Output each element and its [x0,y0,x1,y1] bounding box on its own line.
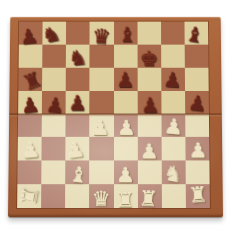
pawn-glyph: ♟ [18,27,39,48]
square-b3[interactable] [42,137,66,160]
square-c6[interactable] [66,68,90,91]
light-rook[interactable]: ♜ [17,184,41,208]
square-g8[interactable] [161,22,185,45]
dark-bishop[interactable]: ♝ [114,22,138,45]
pawn-glyph: ♟ [189,142,208,161]
square-h2[interactable] [185,161,209,185]
product-photo: ♟♞♛♝♝♞♚♜♟♟♟♟♟♟♟♟♟♟♟♟♟♟♝♟♞♜♛♜♜♜ [0,0,232,232]
square-c4[interactable] [66,114,90,137]
square-g3[interactable] [161,137,185,160]
dark-pawn[interactable]: ♟ [18,91,42,114]
square-g7[interactable] [161,45,185,68]
dark-pawn[interactable]: ♟ [66,91,90,114]
knight-glyph: ♞ [163,164,185,186]
pawn-glyph: ♟ [187,94,207,115]
bishop-glyph: ♝ [68,165,89,186]
pawn-glyph: ♟ [45,96,65,116]
square-h6[interactable] [185,68,209,91]
square-d6[interactable] [90,68,114,91]
pawn-glyph: ♟ [140,143,159,162]
square-h4[interactable] [185,114,209,137]
dark-bishop[interactable]: ♝ [184,22,208,45]
rook-glyph: ♜ [139,189,159,209]
dark-king[interactable]: ♚ [137,45,161,68]
square-d5[interactable] [90,91,114,114]
pawn-glyph: ♟ [68,95,87,114]
pawn-glyph: ♟ [20,96,40,117]
rook-glyph: ♜ [187,185,208,206]
square-h7[interactable] [185,45,209,68]
knight-glyph: ♞ [68,49,88,69]
light-rook[interactable]: ♜ [186,184,210,208]
light-pawn[interactable]: ♟ [66,137,90,160]
light-pawn[interactable]: ♟ [114,114,138,137]
square-b2[interactable] [41,161,65,185]
light-bishop[interactable]: ♝ [65,161,89,185]
pawn-glyph: ♟ [141,97,160,116]
light-rook[interactable]: ♜ [114,184,138,208]
square-f2[interactable] [137,161,161,185]
light-pawn[interactable]: ♟ [114,161,138,185]
pawn-glyph: ♟ [163,71,183,91]
dark-pawn[interactable]: ♟ [42,91,66,114]
dark-pawn[interactable]: ♟ [137,91,161,114]
light-queen[interactable]: ♛ [89,184,113,208]
square-d3[interactable] [90,137,114,160]
queen-glyph: ♛ [92,190,111,209]
dark-queen[interactable]: ♛ [90,22,114,45]
square-g5[interactable] [161,91,185,114]
rook-glyph: ♜ [19,186,41,208]
square-e7[interactable] [114,45,138,68]
square-e5[interactable] [114,91,138,114]
light-knight[interactable]: ♞ [161,161,185,185]
square-a2[interactable] [17,161,41,185]
light-pawn[interactable]: ♟ [161,114,185,137]
chess-board[interactable]: ♟♞♛♝♝♞♚♜♟♟♟♟♟♟♟♟♟♟♟♟♟♟♝♟♞♜♛♜♜♜ [8,17,223,217]
dark-rook[interactable]: ♜ [18,68,42,91]
rook-glyph: ♜ [116,191,135,210]
dark-knight[interactable]: ♞ [66,45,90,68]
dark-knight[interactable]: ♞ [43,22,67,45]
light-pawn[interactable]: ♟ [18,137,42,160]
pawn-glyph: ♟ [164,118,184,138]
light-pawn[interactable]: ♟ [137,137,161,160]
square-f8[interactable] [137,22,161,45]
light-pawn[interactable]: ♟ [185,137,209,160]
pawn-glyph: ♟ [65,141,86,162]
dark-pawn[interactable]: ♟ [114,68,138,91]
bishop-glyph: ♝ [184,25,205,46]
knight-glyph: ♞ [41,24,63,46]
square-e3[interactable] [114,137,138,160]
square-b1[interactable] [41,184,65,208]
square-d2[interactable] [89,161,113,185]
pawn-glyph: ♟ [21,141,41,162]
queen-glyph: ♛ [92,27,111,46]
pawn-glyph: ♟ [116,166,135,185]
light-rook[interactable]: ♜ [138,184,162,208]
dark-pawn[interactable]: ♟ [185,91,209,114]
light-pawn[interactable]: ♟ [90,114,114,137]
square-b6[interactable] [42,68,66,91]
pawn-glyph: ♟ [117,119,136,138]
king-glyph: ♚ [140,51,159,70]
pawn-glyph: ♟ [116,72,135,91]
bishop-glyph: ♝ [118,26,136,45]
dark-pawn[interactable]: ♟ [161,68,185,91]
pawn-glyph: ♟ [91,119,110,138]
square-g1[interactable] [162,184,186,208]
square-c8[interactable] [66,22,90,45]
